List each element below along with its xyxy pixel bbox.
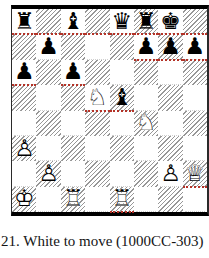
- square-c3: [61, 136, 85, 161]
- square-e3: [110, 136, 134, 161]
- square-b1: [36, 187, 60, 212]
- black-rook-f8: ♜: [134, 9, 158, 34]
- square-e7: [110, 34, 134, 59]
- square-a8: ♜: [12, 9, 36, 34]
- black-pawn-g7: ♟: [158, 34, 182, 59]
- square-b8: [36, 9, 60, 34]
- white-pawn-g2: ♟♙: [158, 161, 182, 186]
- square-h8: [183, 9, 207, 34]
- square-c7: [61, 34, 85, 59]
- black-pawn-b7: ♟: [36, 34, 60, 59]
- square-a2: [12, 161, 36, 186]
- square-a4: [12, 111, 36, 136]
- square-d5: ♞♘: [85, 85, 109, 110]
- white-pawn-a3: ♟♙: [12, 136, 36, 161]
- square-d7: [85, 34, 109, 59]
- square-f4: ♞♘: [134, 111, 158, 136]
- black-pawn-f7: ♟: [134, 34, 158, 59]
- white-rook-c1: ♜♖: [61, 187, 85, 212]
- square-h4: [183, 111, 207, 136]
- black-bishop-c8: ♝: [61, 9, 85, 34]
- square-f3: [134, 136, 158, 161]
- square-b3: [36, 136, 60, 161]
- square-f7: ♟: [134, 34, 158, 59]
- white-rook-e1: ♜♖: [110, 187, 134, 212]
- square-f1: [134, 187, 158, 212]
- square-e4: [110, 111, 134, 136]
- square-g3: [158, 136, 182, 161]
- square-a7: [12, 34, 36, 59]
- square-a6: ♟: [12, 60, 36, 85]
- black-pawn-c6: ♟: [61, 60, 85, 85]
- square-h2: ♛♕: [183, 161, 207, 186]
- square-e5: ♝: [110, 85, 134, 110]
- black-king-g8: ♚: [158, 9, 182, 34]
- square-b7: ♟: [36, 34, 60, 59]
- square-b2: ♟♙: [36, 161, 60, 186]
- square-f5: [134, 85, 158, 110]
- white-queen-h2: ♛♕: [183, 161, 207, 186]
- square-c6: ♟: [61, 60, 85, 85]
- square-c5: [61, 85, 85, 110]
- square-e1: ♜♖: [110, 187, 134, 212]
- square-d3: [85, 136, 109, 161]
- square-d1: [85, 187, 109, 212]
- white-king-a1: ♚♔: [12, 187, 36, 212]
- square-f6: [134, 60, 158, 85]
- square-a1: ♚♔: [12, 187, 36, 212]
- square-h7: ♟: [183, 34, 207, 59]
- square-a3: ♟♙: [12, 136, 36, 161]
- chess-board: ♜♝♛♜♚♟♟♟♟♟♟♞♘♝♞♘♟♙♟♙♟♙♛♕♚♔♜♖♜♖: [11, 5, 209, 216]
- square-h6: [183, 60, 207, 85]
- square-g5: [158, 85, 182, 110]
- square-d4: [85, 111, 109, 136]
- square-b6: [36, 60, 60, 85]
- square-f2: [134, 161, 158, 186]
- square-f8: ♜: [134, 9, 158, 34]
- square-e2: [110, 161, 134, 186]
- square-b4: [36, 111, 60, 136]
- white-pawn-b2: ♟♙: [36, 161, 60, 186]
- square-g1: [158, 187, 182, 212]
- black-rook-a8: ♜: [12, 9, 36, 34]
- square-c2: [61, 161, 85, 186]
- square-d8: [85, 9, 109, 34]
- square-a5: [12, 85, 36, 110]
- square-g8: ♚: [158, 9, 182, 34]
- square-h1: [183, 187, 207, 212]
- square-h5: [183, 85, 207, 110]
- diagram-caption: 21. White to move (1000CC-303): [1, 233, 207, 250]
- square-c4: [61, 111, 85, 136]
- square-c8: ♝: [61, 9, 85, 34]
- square-e6: [110, 60, 134, 85]
- black-queen-e8: ♛: [110, 9, 134, 34]
- square-g7: ♟: [158, 34, 182, 59]
- square-h3: [183, 136, 207, 161]
- black-pawn-a6: ♟: [12, 60, 36, 85]
- square-g4: [158, 111, 182, 136]
- square-e8: ♛: [110, 9, 134, 34]
- black-pawn-h7: ♟: [183, 34, 207, 59]
- square-c1: ♜♖: [61, 187, 85, 212]
- square-d2: [85, 161, 109, 186]
- white-knight-f4: ♞♘: [134, 111, 158, 136]
- square-b5: [36, 85, 60, 110]
- square-d6: [85, 60, 109, 85]
- square-g6: [158, 60, 182, 85]
- square-g2: ♟♙: [158, 161, 182, 186]
- white-knight-d5: ♞♘: [85, 85, 109, 110]
- black-bishop-e5: ♝: [110, 85, 134, 110]
